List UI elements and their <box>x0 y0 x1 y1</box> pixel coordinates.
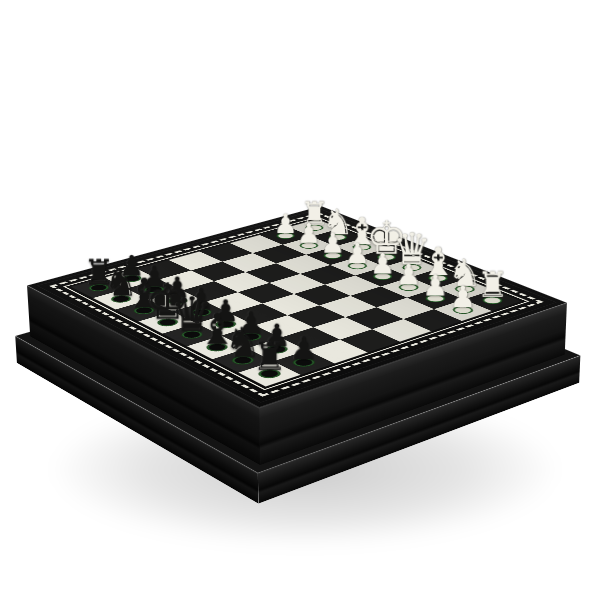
black-rook-glyph: ♜ <box>252 338 287 377</box>
chessboard: ♜♞♝♚♛♝♞♜♟♟♟♟♟♟♟♟♟♟♟♟♟♟♟♟♜♞♝♚♛♝♞♜ <box>27 206 567 408</box>
white-pawn-glyph: ♟ <box>297 220 321 247</box>
white-pawn-glyph: ♟ <box>370 250 395 278</box>
black-pawn-glyph: ♟ <box>290 333 318 365</box>
white-pawn-glyph: ♟ <box>396 261 422 290</box>
white-rook-glyph: ♜ <box>477 268 509 303</box>
white-pawn-glyph: ♟ <box>345 240 370 268</box>
white-pawn-glyph: ♟ <box>422 271 448 300</box>
white-pawn-glyph: ♟ <box>320 230 345 258</box>
white-pawn-glyph: ♟ <box>450 283 477 313</box>
white-pawn-glyph: ♟ <box>274 211 298 238</box>
product-photo-scene: ♜♞♝♚♛♝♞♜♟♟♟♟♟♟♟♟♟♟♟♟♟♟♟♟♜♞♝♚♛♝♞♜ <box>0 0 600 600</box>
